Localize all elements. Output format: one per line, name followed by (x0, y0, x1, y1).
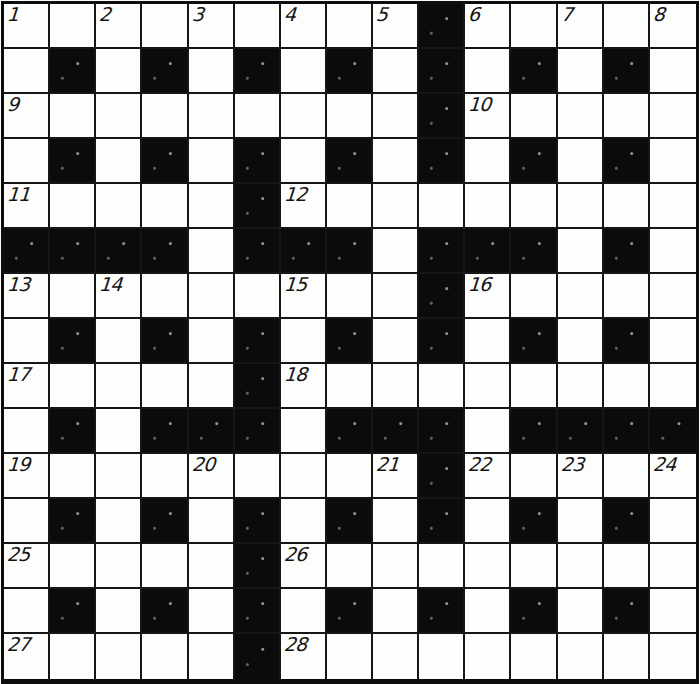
block-cell-r1c3 (142, 49, 188, 94)
letter-cell-r12c2[interactable] (96, 544, 142, 589)
block-cell-r5c10 (465, 229, 511, 274)
clue-number-20: 20 (191, 454, 215, 476)
clue-number-10: 10 (468, 94, 492, 116)
block-cell-r9c8 (373, 409, 419, 454)
letter-cell-r3c12[interactable] (558, 139, 604, 184)
letter-cell-r0c7[interactable] (327, 4, 373, 49)
letter-cell-r10c14[interactable]: 24 (650, 454, 696, 499)
letter-cell-r0c6[interactable]: 4 (281, 4, 327, 49)
block-cell-r7c1 (50, 319, 96, 364)
letter-cell-r14c14[interactable] (650, 634, 696, 679)
letter-cell-r12c0[interactable]: 25 (4, 544, 50, 589)
block-cell-r6c9 (419, 274, 465, 319)
block-cell-r13c7 (327, 589, 373, 634)
block-cell-r11c1 (50, 499, 96, 544)
letter-cell-r2c1[interactable] (50, 94, 96, 139)
letter-cell-r8c0[interactable]: 17 (4, 364, 50, 409)
letter-cell-r8c10[interactable] (465, 364, 511, 409)
clue-number-8: 8 (652, 4, 665, 26)
clue-number-14: 14 (99, 274, 123, 296)
block-cell-r5c6 (281, 229, 327, 274)
letter-cell-r8c2[interactable] (96, 364, 142, 409)
letter-cell-r0c10[interactable]: 6 (465, 4, 511, 49)
letter-cell-r0c11[interactable] (511, 4, 557, 49)
letter-cell-r8c4[interactable] (189, 364, 235, 409)
letter-cell-r10c13[interactable] (604, 454, 650, 499)
letter-cell-r6c4[interactable] (189, 274, 235, 319)
letter-cell-r12c4[interactable] (189, 544, 235, 589)
letter-cell-r10c1[interactable] (50, 454, 96, 499)
letter-cell-r13c4[interactable] (189, 589, 235, 634)
letter-cell-r13c0[interactable] (4, 589, 50, 634)
block-cell-r5c1 (50, 229, 96, 274)
letter-cell-r8c1[interactable] (50, 364, 96, 409)
block-cell-r13c9 (419, 589, 465, 634)
letter-cell-r10c6[interactable] (281, 454, 327, 499)
letter-cell-r2c10[interactable]: 10 (465, 94, 511, 139)
letter-cell-r9c6[interactable] (281, 409, 327, 454)
letter-cell-r12c7[interactable] (327, 544, 373, 589)
letter-cell-r10c2[interactable] (96, 454, 142, 499)
block-cell-r9c14 (650, 409, 696, 454)
block-cell-r1c13 (604, 49, 650, 94)
letter-cell-r3c8[interactable] (373, 139, 419, 184)
letter-cell-r0c14[interactable]: 8 (650, 4, 696, 49)
letter-cell-r14c2[interactable] (96, 634, 142, 679)
letter-cell-r14c11[interactable] (511, 634, 557, 679)
block-cell-r3c7 (327, 139, 373, 184)
letter-cell-r6c7[interactable] (327, 274, 373, 319)
letter-cell-r4c10[interactable] (465, 184, 511, 229)
letter-cell-r4c9[interactable] (419, 184, 465, 229)
letter-cell-r0c12[interactable]: 7 (558, 4, 604, 49)
letter-cell-r2c13[interactable] (604, 94, 650, 139)
letter-cell-r9c10[interactable] (465, 409, 511, 454)
letter-cell-r10c0[interactable]: 19 (4, 454, 50, 499)
letter-cell-r0c2[interactable]: 2 (96, 4, 142, 49)
letter-cell-r10c11[interactable] (511, 454, 557, 499)
letter-cell-r3c6[interactable] (281, 139, 327, 184)
clue-number-28: 28 (283, 634, 307, 656)
letter-cell-r5c8[interactable] (373, 229, 419, 274)
clue-number-22: 22 (468, 454, 492, 476)
letter-cell-r10c12[interactable]: 23 (558, 454, 604, 499)
block-cell-r13c1 (50, 589, 96, 634)
letter-cell-r1c14[interactable] (650, 49, 696, 94)
block-cell-r1c11 (511, 49, 557, 94)
letter-cell-r7c0[interactable] (4, 319, 50, 364)
clue-number-2: 2 (99, 4, 112, 26)
block-cell-r3c1 (50, 139, 96, 184)
block-cell-r0c9 (419, 4, 465, 49)
letter-cell-r4c4[interactable] (189, 184, 235, 229)
letter-cell-r0c3[interactable] (142, 4, 188, 49)
block-cell-r5c9 (419, 229, 465, 274)
letter-cell-r4c14[interactable] (650, 184, 696, 229)
letter-cell-r8c13[interactable] (604, 364, 650, 409)
letter-cell-r8c9[interactable] (419, 364, 465, 409)
letter-cell-r7c4[interactable] (189, 319, 235, 364)
block-cell-r1c5 (235, 49, 281, 94)
block-cell-r8c5 (235, 364, 281, 409)
letter-cell-r10c3[interactable] (142, 454, 188, 499)
letter-cell-r11c6[interactable] (281, 499, 327, 544)
letter-cell-r4c13[interactable] (604, 184, 650, 229)
letter-cell-r14c10[interactable] (465, 634, 511, 679)
block-cell-r9c12 (558, 409, 604, 454)
letter-cell-r8c3[interactable] (142, 364, 188, 409)
block-cell-r5c7 (327, 229, 373, 274)
clue-number-17: 17 (6, 364, 30, 386)
block-cell-r13c5 (235, 589, 281, 634)
letter-cell-r12c3[interactable] (142, 544, 188, 589)
letter-cell-r7c2[interactable] (96, 319, 142, 364)
letter-cell-r14c8[interactable] (373, 634, 419, 679)
letter-cell-r4c12[interactable] (558, 184, 604, 229)
letter-cell-r4c3[interactable] (142, 184, 188, 229)
block-cell-r5c3 (142, 229, 188, 274)
clue-number-12: 12 (283, 184, 307, 206)
letter-cell-r14c13[interactable] (604, 634, 650, 679)
letter-cell-r3c4[interactable] (189, 139, 235, 184)
letter-cell-r6c14[interactable] (650, 274, 696, 319)
block-cell-r9c13 (604, 409, 650, 454)
letter-cell-r1c0[interactable] (4, 49, 50, 94)
letter-cell-r8c12[interactable] (558, 364, 604, 409)
clue-number-23: 23 (560, 454, 584, 476)
clue-number-19: 19 (6, 454, 30, 476)
block-cell-r7c13 (604, 319, 650, 364)
clue-number-6: 6 (468, 4, 481, 26)
letter-cell-r4c0[interactable]: 11 (4, 184, 50, 229)
letter-cell-r10c4[interactable]: 20 (189, 454, 235, 499)
letter-cell-r13c12[interactable] (558, 589, 604, 634)
block-cell-r7c9 (419, 319, 465, 364)
letter-cell-r1c12[interactable] (558, 49, 604, 94)
letter-cell-r6c3[interactable] (142, 274, 188, 319)
letter-cell-r12c6[interactable]: 26 (281, 544, 327, 589)
block-cell-r5c2 (96, 229, 142, 274)
block-cell-r5c13 (604, 229, 650, 274)
letter-cell-r11c10[interactable] (465, 499, 511, 544)
letter-cell-r12c14[interactable] (650, 544, 696, 589)
letter-cell-r6c12[interactable] (558, 274, 604, 319)
clue-number-1: 1 (6, 4, 19, 26)
letter-cell-r0c4[interactable]: 3 (189, 4, 235, 49)
block-cell-r9c11 (511, 409, 557, 454)
letter-cell-r12c12[interactable] (558, 544, 604, 589)
letter-cell-r2c11[interactable] (511, 94, 557, 139)
block-cell-r13c11 (511, 589, 557, 634)
block-cell-r13c3 (142, 589, 188, 634)
letter-cell-r7c12[interactable] (558, 319, 604, 364)
letter-cell-r1c4[interactable] (189, 49, 235, 94)
letter-cell-r1c10[interactable] (465, 49, 511, 94)
block-cell-r11c11 (511, 499, 557, 544)
clue-number-18: 18 (283, 364, 307, 386)
block-cell-r1c7 (327, 49, 373, 94)
letter-cell-r6c6[interactable]: 15 (281, 274, 327, 319)
letter-cell-r14c12[interactable] (558, 634, 604, 679)
block-cell-r7c7 (327, 319, 373, 364)
block-cell-r3c11 (511, 139, 557, 184)
letter-cell-r8c7[interactable] (327, 364, 373, 409)
crossword-grid: 1234567891011121314151617181920212223242… (1, 1, 699, 684)
letter-cell-r14c0[interactable]: 27 (4, 634, 50, 679)
letter-cell-r14c7[interactable] (327, 634, 373, 679)
letter-cell-r2c7[interactable] (327, 94, 373, 139)
letter-cell-r12c9[interactable] (419, 544, 465, 589)
letter-cell-r12c8[interactable] (373, 544, 419, 589)
block-cell-r5c0 (4, 229, 50, 274)
block-cell-r3c9 (419, 139, 465, 184)
block-cell-r13c13 (604, 589, 650, 634)
letter-cell-r6c8[interactable] (373, 274, 419, 319)
block-cell-r5c5 (235, 229, 281, 274)
letter-cell-r9c2[interactable] (96, 409, 142, 454)
letter-cell-r0c0[interactable]: 1 (4, 4, 50, 49)
block-cell-r11c9 (419, 499, 465, 544)
letter-cell-r0c1[interactable] (50, 4, 96, 49)
letter-cell-r2c4[interactable] (189, 94, 235, 139)
letter-cell-r1c8[interactable] (373, 49, 419, 94)
letter-cell-r11c2[interactable] (96, 499, 142, 544)
block-cell-r9c5 (235, 409, 281, 454)
letter-cell-r6c1[interactable] (50, 274, 96, 319)
clue-number-26: 26 (283, 544, 307, 566)
block-cell-r12c5 (235, 544, 281, 589)
clue-number-7: 7 (560, 4, 573, 26)
letter-cell-r8c6[interactable]: 18 (281, 364, 327, 409)
letter-cell-r10c7[interactable] (327, 454, 373, 499)
letter-cell-r12c13[interactable] (604, 544, 650, 589)
letter-cell-r3c14[interactable] (650, 139, 696, 184)
block-cell-r11c7 (327, 499, 373, 544)
crossword-page: 1234567891011121314151617181920212223242… (0, 0, 700, 684)
letter-cell-r6c10[interactable]: 16 (465, 274, 511, 319)
clue-number-21: 21 (375, 454, 399, 476)
letter-cell-r7c8[interactable] (373, 319, 419, 364)
letter-cell-r7c14[interactable] (650, 319, 696, 364)
letter-cell-r13c8[interactable] (373, 589, 419, 634)
clue-number-3: 3 (191, 4, 204, 26)
letter-cell-r6c0[interactable]: 13 (4, 274, 50, 319)
letter-cell-r0c13[interactable] (604, 4, 650, 49)
block-cell-r7c5 (235, 319, 281, 364)
block-cell-r9c3 (142, 409, 188, 454)
block-cell-r1c9 (419, 49, 465, 94)
letter-cell-r11c0[interactable] (4, 499, 50, 544)
letter-cell-r2c8[interactable] (373, 94, 419, 139)
letter-cell-r14c4[interactable] (189, 634, 235, 679)
letter-cell-r12c10[interactable] (465, 544, 511, 589)
letter-cell-r8c11[interactable] (511, 364, 557, 409)
clue-number-27: 27 (6, 634, 30, 656)
letter-cell-r14c9[interactable] (419, 634, 465, 679)
letter-cell-r7c6[interactable] (281, 319, 327, 364)
clue-number-25: 25 (6, 544, 30, 566)
letter-cell-r11c14[interactable] (650, 499, 696, 544)
letter-cell-r6c13[interactable] (604, 274, 650, 319)
letter-cell-r10c10[interactable]: 22 (465, 454, 511, 499)
clue-number-24: 24 (652, 454, 676, 476)
letter-cell-r2c0[interactable]: 9 (4, 94, 50, 139)
letter-cell-r2c12[interactable] (558, 94, 604, 139)
letter-cell-r4c2[interactable] (96, 184, 142, 229)
letter-cell-r14c3[interactable] (142, 634, 188, 679)
letter-cell-r0c5[interactable] (235, 4, 281, 49)
clue-number-5: 5 (375, 4, 388, 26)
letter-cell-r13c14[interactable] (650, 589, 696, 634)
clue-number-15: 15 (283, 274, 307, 296)
letter-cell-r2c2[interactable] (96, 94, 142, 139)
block-cell-r10c9 (419, 454, 465, 499)
block-cell-r4c5 (235, 184, 281, 229)
letter-cell-r8c8[interactable] (373, 364, 419, 409)
letter-cell-r14c1[interactable] (50, 634, 96, 679)
letter-cell-r2c5[interactable] (235, 94, 281, 139)
letter-cell-r2c3[interactable] (142, 94, 188, 139)
block-cell-r9c1 (50, 409, 96, 454)
block-cell-r2c9 (419, 94, 465, 139)
letter-cell-r4c7[interactable] (327, 184, 373, 229)
block-cell-r3c13 (604, 139, 650, 184)
letter-cell-r2c14[interactable] (650, 94, 696, 139)
block-cell-r9c9 (419, 409, 465, 454)
letter-cell-r12c11[interactable] (511, 544, 557, 589)
letter-cell-r11c8[interactable] (373, 499, 419, 544)
letter-cell-r11c12[interactable] (558, 499, 604, 544)
letter-cell-r4c8[interactable] (373, 184, 419, 229)
letter-cell-r2c6[interactable] (281, 94, 327, 139)
block-cell-r7c3 (142, 319, 188, 364)
letter-cell-r13c6[interactable] (281, 589, 327, 634)
letter-cell-r13c10[interactable] (465, 589, 511, 634)
letter-cell-r7c10[interactable] (465, 319, 511, 364)
letter-cell-r5c14[interactable] (650, 229, 696, 274)
letter-cell-r3c2[interactable] (96, 139, 142, 184)
letter-cell-r0c8[interactable]: 5 (373, 4, 419, 49)
letter-cell-r8c14[interactable] (650, 364, 696, 409)
letter-cell-r10c5[interactable] (235, 454, 281, 499)
clue-number-9: 9 (6, 94, 19, 116)
block-cell-r7c11 (511, 319, 557, 364)
letter-cell-r5c4[interactable] (189, 229, 235, 274)
block-cell-r11c5 (235, 499, 281, 544)
letter-cell-r4c11[interactable] (511, 184, 557, 229)
clue-number-4: 4 (283, 4, 296, 26)
letter-cell-r6c5[interactable] (235, 274, 281, 319)
block-cell-r11c13 (604, 499, 650, 544)
letter-cell-r1c6[interactable] (281, 49, 327, 94)
letter-cell-r4c6[interactable]: 12 (281, 184, 327, 229)
clue-number-13: 13 (6, 274, 30, 296)
letter-cell-r13c2[interactable] (96, 589, 142, 634)
letter-cell-r10c8[interactable]: 21 (373, 454, 419, 499)
clue-number-16: 16 (468, 274, 492, 296)
letter-cell-r1c2[interactable] (96, 49, 142, 94)
block-cell-r3c5 (235, 139, 281, 184)
block-cell-r9c7 (327, 409, 373, 454)
block-cell-r3c3 (142, 139, 188, 184)
letter-cell-r14c6[interactable]: 28 (281, 634, 327, 679)
block-cell-r14c5 (235, 634, 281, 679)
block-cell-r9c4 (189, 409, 235, 454)
block-cell-r11c3 (142, 499, 188, 544)
letter-cell-r5c12[interactable] (558, 229, 604, 274)
letter-cell-r6c11[interactable] (511, 274, 557, 319)
letter-cell-r3c0[interactable] (4, 139, 50, 184)
letter-cell-r11c4[interactable] (189, 499, 235, 544)
block-cell-r5c11 (511, 229, 557, 274)
letter-cell-r9c0[interactable] (4, 409, 50, 454)
letter-cell-r6c2[interactable]: 14 (96, 274, 142, 319)
letter-cell-r12c1[interactable] (50, 544, 96, 589)
letter-cell-r4c1[interactable] (50, 184, 96, 229)
letter-cell-r3c10[interactable] (465, 139, 511, 184)
block-cell-r1c1 (50, 49, 96, 94)
clue-number-11: 11 (6, 184, 30, 206)
